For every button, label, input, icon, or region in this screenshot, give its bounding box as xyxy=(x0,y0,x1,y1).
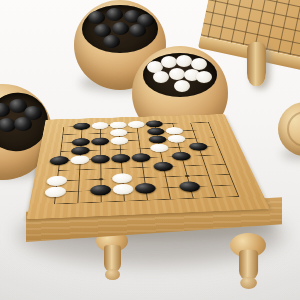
intersection-e2[interactable] xyxy=(134,182,158,194)
white-stone[interactable] xyxy=(44,186,66,197)
intersection-e5[interactable] xyxy=(130,153,152,163)
intersection-h5[interactable] xyxy=(190,151,213,161)
white-stone[interactable] xyxy=(113,184,134,195)
intersection-d2[interactable] xyxy=(112,183,135,195)
intersection-b8[interactable] xyxy=(72,130,91,139)
black-stone[interactable] xyxy=(91,137,109,145)
black-stone[interactable] xyxy=(111,154,130,163)
white-stone-in-bowl xyxy=(176,55,192,67)
white-stone[interactable] xyxy=(70,155,89,164)
intersection-i1[interactable] xyxy=(225,190,252,203)
intersection-a9[interactable] xyxy=(54,123,73,131)
intersection-h1[interactable] xyxy=(202,191,229,204)
white-stone-in-bowl xyxy=(153,71,169,83)
black-stone[interactable] xyxy=(153,162,174,172)
leg-foot xyxy=(105,269,120,280)
intersection-b2[interactable] xyxy=(66,185,89,197)
black-stone[interactable] xyxy=(73,123,90,130)
black-stone-in-bowl xyxy=(129,24,146,37)
intersection-f1[interactable] xyxy=(157,193,182,206)
intersection-a7[interactable] xyxy=(51,138,71,147)
intersection-e4[interactable] xyxy=(131,162,153,173)
black-stone-in-bowl xyxy=(106,8,123,21)
intersection-d6[interactable] xyxy=(110,145,130,155)
go-photo-scene xyxy=(0,0,300,300)
intersection-b5[interactable] xyxy=(69,155,90,165)
intersection-h3[interactable] xyxy=(196,169,221,180)
intersection-c3[interactable] xyxy=(90,173,112,184)
intersection-b6[interactable] xyxy=(70,146,90,156)
star-point xyxy=(139,157,143,159)
white-stone[interactable] xyxy=(110,129,128,137)
white-stones-in-bowl xyxy=(145,55,215,95)
white-stone[interactable] xyxy=(110,137,128,145)
white-stone-in-bowl xyxy=(161,56,177,68)
star-point xyxy=(99,141,103,143)
intersection-f2[interactable] xyxy=(155,181,179,193)
white-stone-in-bowl xyxy=(174,80,190,92)
intersection-c7[interactable] xyxy=(90,137,110,146)
intersection-d4[interactable] xyxy=(111,163,133,174)
intersection-b4[interactable] xyxy=(68,164,90,175)
black-stone[interactable] xyxy=(131,153,151,162)
intersection-c8[interactable] xyxy=(91,129,110,138)
bowl-of-white-stones xyxy=(132,46,228,140)
black-stone[interactable] xyxy=(91,155,110,164)
black-stone-in-bowl xyxy=(88,11,105,24)
bowl-lid xyxy=(278,102,300,156)
black-stone[interactable] xyxy=(188,142,208,151)
leg-foot xyxy=(240,277,257,289)
star-point xyxy=(185,175,190,177)
intersection-c2[interactable] xyxy=(89,184,112,196)
black-stone-in-bowl xyxy=(14,117,32,131)
intersection-b1[interactable] xyxy=(65,196,89,209)
intersection-i6[interactable] xyxy=(206,141,229,150)
intersection-a8[interactable] xyxy=(52,130,72,139)
intersection-e6[interactable] xyxy=(129,144,150,153)
black-stone-in-bowl xyxy=(112,22,129,35)
intersection-d9[interactable] xyxy=(109,121,128,129)
white-stone[interactable] xyxy=(110,121,127,128)
intersection-g2[interactable] xyxy=(177,181,202,193)
intersection-a6[interactable] xyxy=(50,147,71,157)
white-stone[interactable] xyxy=(112,173,133,183)
star-point xyxy=(99,178,104,180)
black-stone-in-bowl xyxy=(103,35,120,48)
intersection-f6[interactable] xyxy=(149,143,170,152)
intersection-b9[interactable] xyxy=(72,122,91,130)
black-stone[interactable] xyxy=(135,183,157,194)
intersection-g1[interactable] xyxy=(180,192,206,205)
intersection-c4[interactable] xyxy=(90,163,111,174)
intersection-i5[interactable] xyxy=(210,150,234,160)
goban-shadow xyxy=(30,212,276,240)
black-stones-in-bowl xyxy=(84,7,156,51)
black-stone[interactable] xyxy=(178,181,201,192)
white-stone-in-bowl xyxy=(169,68,185,80)
intersection-a1[interactable] xyxy=(41,197,66,210)
black-stone[interactable] xyxy=(171,152,192,161)
intersection-h6[interactable] xyxy=(187,142,209,151)
intersection-c9[interactable] xyxy=(91,122,109,130)
intersection-a2[interactable] xyxy=(43,186,67,198)
intersection-e3[interactable] xyxy=(132,172,155,183)
intersection-b7[interactable] xyxy=(71,138,91,147)
intersection-c6[interactable] xyxy=(90,145,110,155)
intersection-f3[interactable] xyxy=(154,171,178,182)
black-stones-in-bowl xyxy=(0,97,44,147)
intersection-d8[interactable] xyxy=(109,128,128,136)
black-stone[interactable] xyxy=(90,185,111,196)
intersection-d7[interactable] xyxy=(110,136,130,145)
intersection-g5[interactable] xyxy=(170,151,193,161)
intersection-b3[interactable] xyxy=(67,174,89,186)
intersection-g3[interactable] xyxy=(175,170,199,181)
black-stone[interactable] xyxy=(49,156,69,165)
intersection-c5[interactable] xyxy=(90,154,111,164)
black-stone[interactable] xyxy=(72,138,90,146)
white-stone[interactable] xyxy=(150,144,170,153)
background-goban-leg xyxy=(247,42,266,86)
intersection-g6[interactable] xyxy=(168,143,190,152)
black-stone[interactable] xyxy=(71,146,90,155)
white-stone[interactable] xyxy=(92,122,109,129)
intersection-h4[interactable] xyxy=(193,160,217,171)
intersection-i4[interactable] xyxy=(213,159,237,169)
intersection-d5[interactable] xyxy=(110,153,131,163)
white-stone-in-bowl xyxy=(196,71,212,83)
intersection-f4[interactable] xyxy=(152,161,175,172)
intersection-f5[interactable] xyxy=(150,152,172,162)
intersection-d3[interactable] xyxy=(111,173,133,184)
intersection-i3[interactable] xyxy=(217,169,242,180)
intersection-e1[interactable] xyxy=(135,194,160,207)
intersection-h2[interactable] xyxy=(199,180,225,192)
intersection-g4[interactable] xyxy=(172,160,195,171)
bowl-of-black-stones-left-edge xyxy=(0,84,52,180)
intersection-i2[interactable] xyxy=(220,179,246,191)
